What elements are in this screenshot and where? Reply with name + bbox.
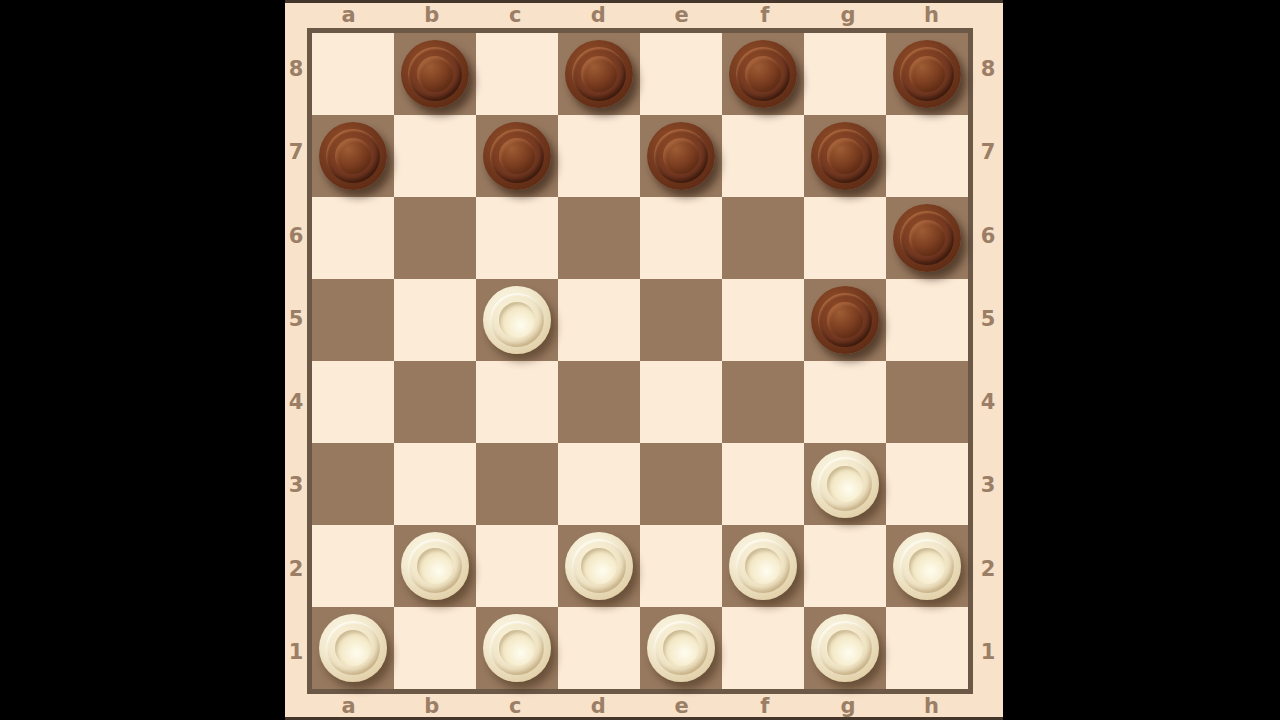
square-d5[interactable] [558,279,640,361]
rank-label-right-3: 3 [973,444,1003,527]
rank-label-right-8: 8 [973,28,1003,111]
square-d3[interactable] [558,443,640,525]
square-f7[interactable] [722,115,804,197]
square-e7[interactable] [640,115,722,197]
square-e5[interactable] [640,279,722,361]
file-label-bottom-a: a [307,694,390,719]
dark-man-h8[interactable] [893,40,961,108]
square-g7[interactable] [804,115,886,197]
white-man-c5[interactable] [483,286,551,354]
dark-man-d8[interactable] [565,40,633,108]
square-e4[interactable] [640,361,722,443]
square-b2[interactable] [394,525,476,607]
square-f2[interactable] [722,525,804,607]
file-label-top-g: g [807,3,890,28]
file-label-bottom-h: h [890,694,973,719]
dark-man-f8[interactable] [729,40,797,108]
square-a5[interactable] [312,279,394,361]
square-b1[interactable] [394,607,476,689]
square-c6[interactable] [476,197,558,279]
square-b6[interactable] [394,197,476,279]
rank-label-left-2: 2 [285,528,307,611]
square-g6[interactable] [804,197,886,279]
square-c5[interactable] [476,279,558,361]
rank-label-right-6: 6 [973,195,1003,278]
rank-label-right-7: 7 [973,111,1003,194]
rank-label-left-5: 5 [285,278,307,361]
screen: abcdefgh 87654321 87654321 abcdefgh [0,0,1280,720]
square-c8[interactable] [476,33,558,115]
square-f6[interactable] [722,197,804,279]
square-f8[interactable] [722,33,804,115]
file-label-bottom-f: f [723,694,806,719]
file-labels-top: abcdefgh [307,3,973,28]
square-e8[interactable] [640,33,722,115]
square-d6[interactable] [558,197,640,279]
square-d1[interactable] [558,607,640,689]
white-man-g3[interactable] [811,450,879,518]
square-d8[interactable] [558,33,640,115]
file-label-top-d: d [557,3,640,28]
file-label-top-e: e [640,3,723,28]
square-g8[interactable] [804,33,886,115]
square-a1[interactable] [312,607,394,689]
file-label-top-a: a [307,3,390,28]
square-b3[interactable] [394,443,476,525]
file-label-bottom-c: c [474,694,557,719]
rank-label-right-2: 2 [973,528,1003,611]
square-h3[interactable] [886,443,968,525]
square-h1[interactable] [886,607,968,689]
white-man-h2[interactable] [893,532,961,600]
square-h4[interactable] [886,361,968,443]
file-label-bottom-g: g [807,694,890,719]
white-man-d2[interactable] [565,532,633,600]
rank-label-left-6: 6 [285,195,307,278]
file-label-top-h: h [890,3,973,28]
rank-label-left-7: 7 [285,111,307,194]
square-g4[interactable] [804,361,886,443]
square-b4[interactable] [394,361,476,443]
file-label-top-c: c [474,3,557,28]
file-label-bottom-b: b [390,694,473,719]
rank-label-right-1: 1 [973,611,1003,694]
dark-man-c7[interactable] [483,122,551,190]
square-c4[interactable] [476,361,558,443]
square-c3[interactable] [476,443,558,525]
rank-label-right-5: 5 [973,278,1003,361]
dark-man-a7[interactable] [319,122,387,190]
square-a2[interactable] [312,525,394,607]
white-man-g1[interactable] [811,614,879,682]
board-grid [307,28,973,694]
square-g5[interactable] [804,279,886,361]
dark-man-b8[interactable] [401,40,469,108]
square-d7[interactable] [558,115,640,197]
rank-label-left-4: 4 [285,361,307,444]
square-e2[interactable] [640,525,722,607]
rank-label-right-4: 4 [973,361,1003,444]
square-h6[interactable] [886,197,968,279]
file-label-top-f: f [723,3,806,28]
square-d2[interactable] [558,525,640,607]
dark-man-h6[interactable] [893,204,961,272]
rank-label-left-1: 1 [285,611,307,694]
white-man-e1[interactable] [647,614,715,682]
square-h2[interactable] [886,525,968,607]
square-f5[interactable] [722,279,804,361]
square-c7[interactable] [476,115,558,197]
rank-label-left-8: 8 [285,28,307,111]
rank-labels-left: 87654321 [285,28,307,694]
square-b8[interactable] [394,33,476,115]
square-a3[interactable] [312,443,394,525]
white-man-c1[interactable] [483,614,551,682]
dark-man-g5[interactable] [811,286,879,354]
rank-label-left-3: 3 [285,444,307,527]
square-b7[interactable] [394,115,476,197]
dark-man-g7[interactable] [811,122,879,190]
square-e3[interactable] [640,443,722,525]
file-label-bottom-d: d [557,694,640,719]
square-c1[interactable] [476,607,558,689]
white-man-f2[interactable] [729,532,797,600]
square-f3[interactable] [722,443,804,525]
square-f4[interactable] [722,361,804,443]
square-a6[interactable] [312,197,394,279]
square-g2[interactable] [804,525,886,607]
file-label-bottom-e: e [640,694,723,719]
checkers-board: abcdefgh 87654321 87654321 abcdefgh [285,0,1003,720]
rank-labels-right: 87654321 [973,28,1003,694]
square-a7[interactable] [312,115,394,197]
square-b5[interactable] [394,279,476,361]
square-e1[interactable] [640,607,722,689]
square-a4[interactable] [312,361,394,443]
square-e6[interactable] [640,197,722,279]
square-c2[interactable] [476,525,558,607]
file-labels-bottom: abcdefgh [307,694,973,719]
white-man-a1[interactable] [319,614,387,682]
square-g1[interactable] [804,607,886,689]
square-h7[interactable] [886,115,968,197]
square-d4[interactable] [558,361,640,443]
white-man-b2[interactable] [401,532,469,600]
square-h8[interactable] [886,33,968,115]
dark-man-e7[interactable] [647,122,715,190]
square-h5[interactable] [886,279,968,361]
square-a8[interactable] [312,33,394,115]
file-label-top-b: b [390,3,473,28]
square-g3[interactable] [804,443,886,525]
square-f1[interactable] [722,607,804,689]
